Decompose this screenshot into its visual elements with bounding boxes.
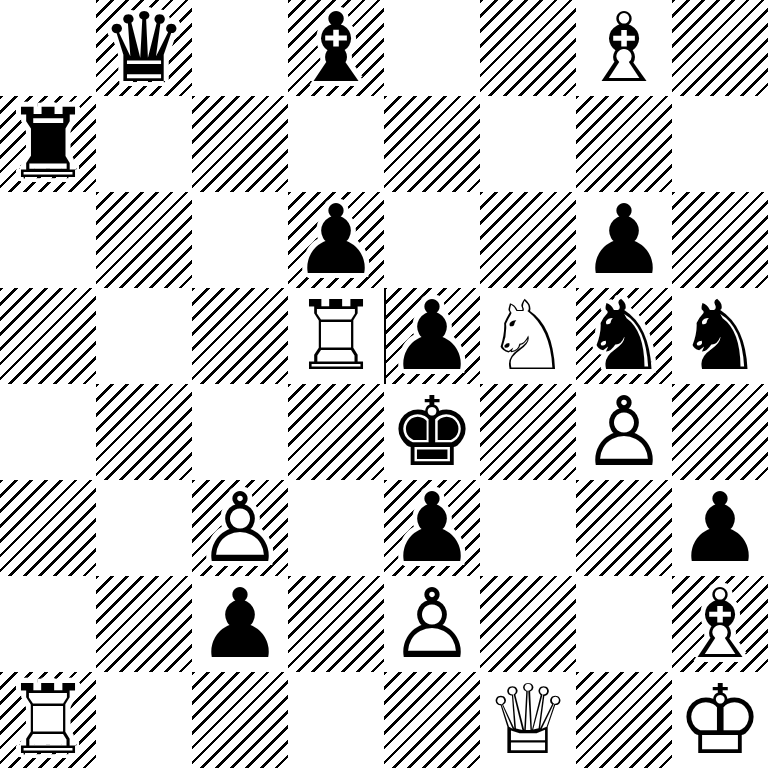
black-pawn-piece[interactable]: ♟♟: [672, 480, 768, 576]
black-queen-piece[interactable]: ♛♛: [96, 0, 192, 96]
piece-glyph: ♟: [384, 288, 480, 384]
black-knight-piece[interactable]: ♞♞: [672, 288, 768, 384]
square-d8[interactable]: ♝♝: [288, 0, 384, 96]
square-e4[interactable]: ♚♚: [384, 384, 480, 480]
square-h1[interactable]: ♚♔: [672, 672, 768, 768]
square-e5[interactable]: ♟♟: [384, 288, 480, 384]
piece-glyph: ♗: [672, 576, 768, 672]
white-knight-piece[interactable]: ♞♘: [480, 288, 576, 384]
square-e7[interactable]: [384, 96, 480, 192]
piece-glyph: ♗: [576, 0, 672, 96]
square-g7[interactable]: [576, 96, 672, 192]
square-h3[interactable]: ♟♟: [672, 480, 768, 576]
piece-glyph: ♙: [576, 384, 672, 480]
square-e6[interactable]: [384, 192, 480, 288]
square-f1[interactable]: ♛♕: [480, 672, 576, 768]
square-c7[interactable]: [192, 96, 288, 192]
black-pawn-piece[interactable]: ♟♟: [288, 192, 384, 288]
black-bishop-piece[interactable]: ♝♝: [288, 0, 384, 96]
square-b1[interactable]: [96, 672, 192, 768]
piece-glyph: ♟: [576, 192, 672, 288]
square-a8[interactable]: [0, 0, 96, 96]
piece-glyph: ♜: [0, 96, 96, 192]
square-g4[interactable]: ♟♙: [576, 384, 672, 480]
square-g5[interactable]: ♞♞: [576, 288, 672, 384]
square-c5[interactable]: [192, 288, 288, 384]
square-a4[interactable]: [0, 384, 96, 480]
square-e3[interactable]: ♟♟: [384, 480, 480, 576]
black-pawn-piece[interactable]: ♟♟: [576, 192, 672, 288]
square-f3[interactable]: [480, 480, 576, 576]
square-c4[interactable]: [192, 384, 288, 480]
square-d4[interactable]: [288, 384, 384, 480]
square-b8[interactable]: ♛♛: [96, 0, 192, 96]
piece-glyph: ♘: [480, 288, 576, 384]
square-h2[interactable]: ♝♗: [672, 576, 768, 672]
square-b6[interactable]: [96, 192, 192, 288]
piece-glyph: ♟: [288, 192, 384, 288]
square-d2[interactable]: [288, 576, 384, 672]
square-e8[interactable]: [384, 0, 480, 96]
square-c2[interactable]: ♟♟: [192, 576, 288, 672]
square-a7[interactable]: ♜♜: [0, 96, 96, 192]
piece-glyph: ♔: [672, 672, 768, 768]
square-a3[interactable]: [0, 480, 96, 576]
chess-board: ♛♛♝♝♝♗♜♜♟♟♟♟♜♖♟♟♞♘♞♞♞♞♚♚♟♙♟♙♟♟♟♟♟♟♟♙♝♗♜♖…: [0, 0, 768, 768]
black-king-piece[interactable]: ♚♚: [384, 384, 480, 480]
square-f6[interactable]: [480, 192, 576, 288]
square-a6[interactable]: [0, 192, 96, 288]
square-f7[interactable]: [480, 96, 576, 192]
white-queen-piece[interactable]: ♛♕: [480, 672, 576, 768]
square-e1[interactable]: [384, 672, 480, 768]
square-a2[interactable]: [0, 576, 96, 672]
piece-glyph: ♕: [480, 672, 576, 768]
square-a5[interactable]: [0, 288, 96, 384]
piece-glyph: ♞: [672, 288, 768, 384]
square-b4[interactable]: [96, 384, 192, 480]
black-pawn-piece[interactable]: ♟♟: [192, 576, 288, 672]
square-d1[interactable]: [288, 672, 384, 768]
piece-glyph: ♞: [576, 288, 672, 384]
square-h4[interactable]: [672, 384, 768, 480]
white-rook-piece[interactable]: ♜♖: [288, 288, 384, 384]
square-c6[interactable]: [192, 192, 288, 288]
square-g1[interactable]: [576, 672, 672, 768]
white-pawn-piece[interactable]: ♟♙: [384, 576, 480, 672]
square-e2[interactable]: ♟♙: [384, 576, 480, 672]
square-d5[interactable]: ♜♖: [288, 288, 384, 384]
square-g3[interactable]: [576, 480, 672, 576]
white-bishop-piece[interactable]: ♝♗: [576, 0, 672, 96]
square-c8[interactable]: [192, 0, 288, 96]
piece-glyph: ♟: [192, 576, 288, 672]
white-king-piece[interactable]: ♚♔: [672, 672, 768, 768]
square-b3[interactable]: [96, 480, 192, 576]
piece-glyph: ♙: [192, 480, 288, 576]
piece-glyph: ♟: [384, 480, 480, 576]
square-b7[interactable]: [96, 96, 192, 192]
square-f8[interactable]: [480, 0, 576, 96]
square-g6[interactable]: ♟♟: [576, 192, 672, 288]
square-h5[interactable]: ♞♞: [672, 288, 768, 384]
square-b5[interactable]: [96, 288, 192, 384]
black-pawn-piece[interactable]: ♟♟: [384, 480, 480, 576]
white-pawn-piece[interactable]: ♟♙: [576, 384, 672, 480]
square-b2[interactable]: [96, 576, 192, 672]
square-d7[interactable]: [288, 96, 384, 192]
square-f2[interactable]: [480, 576, 576, 672]
piece-glyph: ♖: [0, 672, 96, 768]
square-a1[interactable]: ♜♖: [0, 672, 96, 768]
square-h8[interactable]: [672, 0, 768, 96]
square-g2[interactable]: [576, 576, 672, 672]
piece-glyph: ♝: [288, 0, 384, 96]
black-rook-piece[interactable]: ♜♜: [0, 96, 96, 192]
piece-glyph: ♚: [384, 384, 480, 480]
square-d3[interactable]: [288, 480, 384, 576]
square-c3[interactable]: ♟♙: [192, 480, 288, 576]
black-knight-piece[interactable]: ♞♞: [576, 288, 672, 384]
white-pawn-piece[interactable]: ♟♙: [192, 480, 288, 576]
white-rook-piece[interactable]: ♜♖: [0, 672, 96, 768]
black-pawn-piece[interactable]: ♟♟: [384, 288, 480, 384]
square-f4[interactable]: [480, 384, 576, 480]
square-h6[interactable]: [672, 192, 768, 288]
square-c1[interactable]: [192, 672, 288, 768]
piece-glyph: ♟: [672, 480, 768, 576]
square-f5[interactable]: ♞♘: [480, 288, 576, 384]
piece-glyph: ♛: [96, 0, 192, 96]
square-g8[interactable]: ♝♗: [576, 0, 672, 96]
piece-glyph: ♖: [288, 288, 384, 384]
piece-glyph: ♙: [384, 576, 480, 672]
square-d6[interactable]: ♟♟: [288, 192, 384, 288]
square-h7[interactable]: [672, 96, 768, 192]
white-bishop-piece[interactable]: ♝♗: [672, 576, 768, 672]
